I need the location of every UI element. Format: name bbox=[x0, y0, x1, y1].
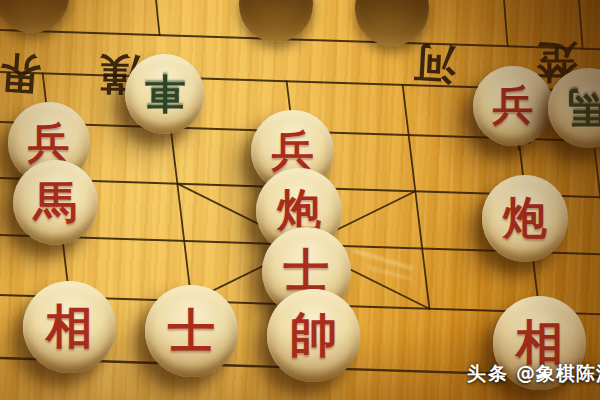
piece-red-cannon[interactable]: 炮 bbox=[482, 175, 568, 261]
piece-red-soldier[interactable]: 兵 bbox=[473, 66, 553, 146]
piece-glyph: 兵 bbox=[473, 66, 553, 146]
river-character: 界 bbox=[0, 44, 43, 103]
piece-glyph: 馬 bbox=[13, 160, 98, 245]
piece-black-horse[interactable]: 馬 bbox=[548, 68, 600, 148]
piece-glyph: 馬 bbox=[548, 68, 600, 148]
piece-red-general[interactable]: 帥 bbox=[267, 289, 360, 382]
watermark-brand: 头条 bbox=[467, 362, 509, 384]
piece-glyph: 帥 bbox=[267, 289, 360, 382]
xiangqi-board-photo: 界漢河楚 車兵馬兵兵馬炮炮士相士帥相 头条@象棋陈洪书 bbox=[0, 0, 600, 400]
piece-black-chariot[interactable]: 車 bbox=[125, 54, 204, 133]
piece-red-horse[interactable]: 馬 bbox=[13, 160, 98, 245]
piece-red-elephant[interactable]: 相 bbox=[23, 281, 115, 373]
piece-red-advisor[interactable]: 士 bbox=[145, 285, 238, 378]
watermark-handle: @象棋陈洪书 bbox=[516, 362, 600, 384]
piece-glyph: 炮 bbox=[482, 175, 568, 261]
watermark: 头条@象棋陈洪书 bbox=[467, 361, 600, 387]
piece-glyph: 士 bbox=[145, 285, 238, 378]
piece-glyph: 車 bbox=[125, 54, 204, 133]
piece-glyph: 相 bbox=[23, 281, 115, 373]
river-character: 河 bbox=[413, 35, 458, 93]
